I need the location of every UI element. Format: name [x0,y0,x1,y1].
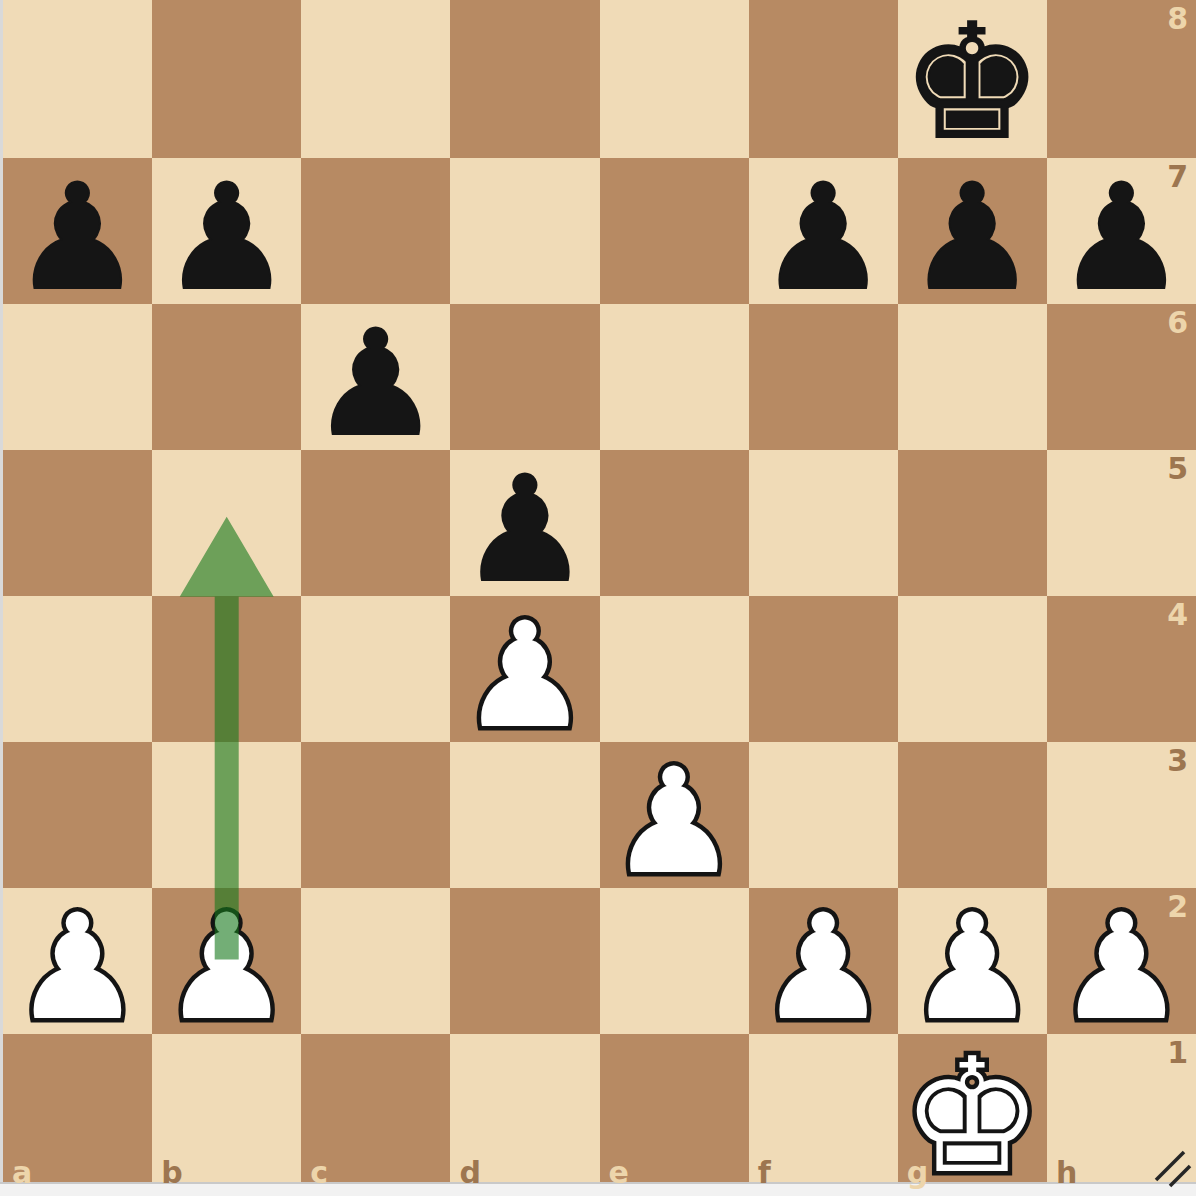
white-pawn-g2[interactable]: ♟ [907,894,1038,1040]
black-pawn-a7[interactable]: ♟ [12,164,143,310]
square-d8[interactable] [450,0,599,158]
page: ♚8♟♟♟♟7♟♟6♟5♟4♟3♟♟♟♟2♟abcdefg♚1h [0,0,1196,1196]
square-h5[interactable]: 5 [1047,450,1196,596]
white-pawn-d4[interactable]: ♟ [459,602,590,748]
square-e4[interactable] [600,596,749,742]
square-c2[interactable] [301,888,450,1034]
square-h7[interactable]: 7♟ [1047,158,1196,304]
square-e1[interactable]: e [600,1034,749,1192]
chess-board: ♚8♟♟♟♟7♟♟6♟5♟4♟3♟♟♟♟2♟abcdefg♚1h [3,0,1196,1181]
square-h2[interactable]: 2♟ [1047,888,1196,1034]
black-pawn-f7[interactable]: ♟ [758,164,889,310]
square-e2[interactable] [600,888,749,1034]
square-a4[interactable] [3,596,152,742]
square-f7[interactable]: ♟ [749,158,898,304]
square-h8[interactable]: 8 [1047,0,1196,158]
rank-label-4: 4 [1167,600,1188,630]
square-g8[interactable]: ♚ [898,0,1047,158]
file-label-f: f [758,1158,771,1188]
file-label-c: c [310,1158,328,1188]
file-label-a: a [12,1158,32,1188]
square-c3[interactable] [301,742,450,888]
square-d2[interactable] [450,888,599,1034]
square-d5[interactable]: ♟ [450,450,599,596]
square-b6[interactable] [152,304,301,450]
rank-label-7: 7 [1167,162,1188,192]
square-f6[interactable] [749,304,898,450]
file-label-h: h [1056,1158,1077,1188]
square-a7[interactable]: ♟ [3,158,152,304]
rank-label-2: 2 [1167,892,1188,922]
square-a5[interactable] [3,450,152,596]
square-a8[interactable] [3,0,152,158]
square-h3[interactable]: 3 [1047,742,1196,888]
square-d7[interactable] [450,158,599,304]
white-pawn-e3[interactable]: ♟ [609,748,740,894]
square-b8[interactable] [152,0,301,158]
file-label-d: d [459,1158,480,1188]
square-g7[interactable]: ♟ [898,158,1047,304]
square-a6[interactable] [3,304,152,450]
white-pawn-a2[interactable]: ♟ [12,894,143,1040]
black-pawn-g7[interactable]: ♟ [907,164,1038,310]
square-c5[interactable] [301,450,450,596]
file-label-g: g [907,1158,928,1188]
square-f4[interactable] [749,596,898,742]
square-a3[interactable] [3,742,152,888]
rank-label-6: 6 [1167,308,1188,338]
square-f2[interactable]: ♟ [749,888,898,1034]
square-g1[interactable]: g♚ [898,1034,1047,1192]
square-h6[interactable]: 6 [1047,304,1196,450]
square-a2[interactable]: ♟ [3,888,152,1034]
square-f5[interactable] [749,450,898,596]
file-label-e: e [609,1158,629,1188]
square-d4[interactable]: ♟ [450,596,599,742]
square-c8[interactable] [301,0,450,158]
square-b5[interactable] [152,450,301,596]
square-g6[interactable] [898,304,1047,450]
white-pawn-b2[interactable]: ♟ [161,894,292,1040]
square-c1[interactable]: c [301,1034,450,1192]
rank-label-1: 1 [1167,1038,1188,1068]
square-g2[interactable]: ♟ [898,888,1047,1034]
black-pawn-c6[interactable]: ♟ [310,310,441,456]
square-f1[interactable]: f [749,1034,898,1192]
square-e5[interactable] [600,450,749,596]
rank-label-5: 5 [1167,454,1188,484]
square-c4[interactable] [301,596,450,742]
rank-label-3: 3 [1167,746,1188,776]
square-a1[interactable]: a [3,1034,152,1192]
black-king-g8[interactable]: ♚ [901,3,1043,161]
square-b4[interactable] [152,596,301,742]
file-label-b: b [161,1158,182,1188]
board-resize-icon[interactable] [1150,1146,1194,1190]
square-g5[interactable] [898,450,1047,596]
square-e7[interactable] [600,158,749,304]
black-pawn-d5[interactable]: ♟ [459,456,590,602]
square-b7[interactable]: ♟ [152,158,301,304]
square-c6[interactable]: ♟ [301,304,450,450]
square-b1[interactable]: b [152,1034,301,1192]
square-e6[interactable] [600,304,749,450]
square-f3[interactable] [749,742,898,888]
square-b3[interactable] [152,742,301,888]
rank-label-8: 8 [1167,4,1188,34]
square-e3[interactable]: ♟ [600,742,749,888]
square-e8[interactable] [600,0,749,158]
square-h4[interactable]: 4 [1047,596,1196,742]
square-d1[interactable]: d [450,1034,599,1192]
square-f8[interactable] [749,0,898,158]
square-g3[interactable] [898,742,1047,888]
black-pawn-b7[interactable]: ♟ [161,164,292,310]
square-c7[interactable] [301,158,450,304]
square-d6[interactable] [450,304,599,450]
square-g4[interactable] [898,596,1047,742]
square-b2[interactable]: ♟ [152,888,301,1034]
square-d3[interactable] [450,742,599,888]
white-pawn-f2[interactable]: ♟ [758,894,889,1040]
